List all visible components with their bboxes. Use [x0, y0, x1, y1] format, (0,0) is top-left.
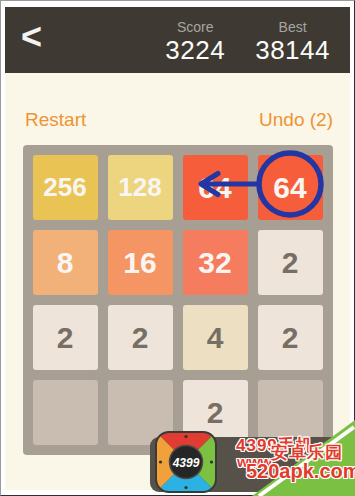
best-label: Best	[279, 18, 307, 36]
board[interactable]: 256128646481632222422	[23, 145, 333, 455]
tile-r2c3-32: 32	[183, 230, 248, 295]
app-icon-label: 4399	[172, 456, 200, 470]
tile-r2c2-16: 16	[108, 230, 173, 295]
best-block: Best 38144	[255, 18, 330, 64]
tile-r1c2-128: 128	[108, 155, 173, 220]
tile-r3c3-4: 4	[183, 305, 248, 370]
tile-r2c1-8: 8	[33, 230, 98, 295]
4399-app-icon: 4399	[155, 431, 217, 493]
tile-r3c4-2: 2	[258, 305, 323, 370]
toolbar: Restart Undo (2)	[5, 73, 350, 130]
tile-r2c4-2: 2	[258, 230, 323, 295]
app-screen: < Score 3224 Best 38144 Restart Undo (2)…	[5, 7, 350, 490]
score-panel: Score 3224 Best 38144	[165, 18, 350, 64]
score-block: Score 3224	[165, 18, 225, 64]
tile-r1c4-64: 64	[258, 155, 323, 220]
back-button[interactable]: <	[5, 19, 42, 61]
tile-r1c3-64: 64	[183, 155, 248, 220]
empty-cell-r4c1	[33, 380, 98, 445]
restart-button[interactable]: Restart	[25, 110, 86, 130]
screenshot-frame: < Score 3224 Best 38144 Restart Undo (2)…	[0, 0, 355, 496]
best-value: 38144	[255, 36, 330, 64]
header-bar: < Score 3224 Best 38144	[5, 7, 350, 73]
tile-r3c2-2: 2	[108, 305, 173, 370]
score-value: 3224	[165, 36, 225, 64]
tile-r3c1-2: 2	[33, 305, 98, 370]
ribbon-text-site-url: 520apk.com	[246, 460, 355, 483]
undo-button[interactable]: Undo (2)	[259, 110, 333, 130]
score-label: Score	[177, 18, 214, 36]
tile-r1c1-256: 256	[33, 155, 98, 220]
